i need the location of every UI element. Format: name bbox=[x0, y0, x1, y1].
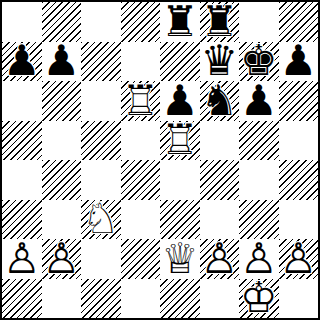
square-e8[interactable]: ♜ bbox=[160, 2, 200, 42]
square-a8[interactable] bbox=[2, 2, 42, 42]
square-h5[interactable] bbox=[279, 121, 319, 161]
black-pawn-icon: ♟ bbox=[239, 81, 279, 121]
white-rook-icon: ♜ bbox=[160, 121, 200, 161]
square-a6[interactable] bbox=[2, 81, 42, 121]
white-rook-icon: ♖ bbox=[160, 121, 200, 161]
black-pawn-icon: ♟ bbox=[2, 42, 42, 82]
square-g3[interactable] bbox=[239, 200, 279, 240]
square-c3[interactable]: ♞♘ bbox=[81, 200, 121, 240]
piece-white-pawn: ♟♙ bbox=[2, 239, 42, 279]
square-h7[interactable]: ♟ bbox=[279, 42, 319, 82]
square-g6[interactable]: ♟ bbox=[239, 81, 279, 121]
square-e4[interactable] bbox=[160, 160, 200, 200]
piece-black-queen: ♛ bbox=[200, 42, 240, 82]
square-c4[interactable] bbox=[81, 160, 121, 200]
piece-white-queen: ♛♕ bbox=[160, 239, 200, 279]
square-g5[interactable] bbox=[239, 121, 279, 161]
square-e3[interactable] bbox=[160, 200, 200, 240]
square-h2[interactable]: ♟♙ bbox=[279, 239, 319, 279]
square-h4[interactable] bbox=[279, 160, 319, 200]
white-knight-icon: ♞ bbox=[81, 200, 121, 240]
square-g2[interactable]: ♟♙ bbox=[239, 239, 279, 279]
square-g4[interactable] bbox=[239, 160, 279, 200]
white-pawn-icon: ♟ bbox=[42, 239, 82, 279]
square-f4[interactable] bbox=[200, 160, 240, 200]
white-pawn-icon: ♙ bbox=[200, 239, 240, 279]
square-f1[interactable] bbox=[200, 279, 240, 319]
piece-black-pawn: ♟ bbox=[279, 42, 319, 82]
black-pawn-icon: ♟ bbox=[42, 42, 82, 82]
square-a5[interactable] bbox=[2, 121, 42, 161]
square-g7[interactable]: ♚ bbox=[239, 42, 279, 82]
piece-white-pawn: ♟♙ bbox=[42, 239, 82, 279]
square-b8[interactable] bbox=[42, 2, 82, 42]
square-c5[interactable] bbox=[81, 121, 121, 161]
black-pawn-icon: ♟ bbox=[160, 81, 200, 121]
square-a2[interactable]: ♟♙ bbox=[2, 239, 42, 279]
square-b6[interactable] bbox=[42, 81, 82, 121]
white-pawn-icon: ♙ bbox=[42, 239, 82, 279]
square-f7[interactable]: ♛ bbox=[200, 42, 240, 82]
square-d6[interactable]: ♜♖ bbox=[121, 81, 161, 121]
square-g8[interactable] bbox=[239, 2, 279, 42]
square-f2[interactable]: ♟♙ bbox=[200, 239, 240, 279]
square-f5[interactable] bbox=[200, 121, 240, 161]
piece-white-pawn: ♟♙ bbox=[200, 239, 240, 279]
piece-white-rook: ♜♖ bbox=[160, 121, 200, 161]
square-d1[interactable] bbox=[121, 279, 161, 319]
square-d4[interactable] bbox=[121, 160, 161, 200]
chess-board: ♜♜♟♟♛♚♟♜♖♟♞♟♜♖♞♘♟♙♟♙♛♕♟♙♟♙♟♙♚♔ bbox=[0, 0, 320, 320]
white-king-icon: ♚ bbox=[239, 279, 279, 319]
square-e2[interactable]: ♛♕ bbox=[160, 239, 200, 279]
square-e1[interactable] bbox=[160, 279, 200, 319]
piece-white-knight: ♞♘ bbox=[81, 200, 121, 240]
square-d3[interactable] bbox=[121, 200, 161, 240]
square-c8[interactable] bbox=[81, 2, 121, 42]
square-a4[interactable] bbox=[2, 160, 42, 200]
square-c1[interactable] bbox=[81, 279, 121, 319]
white-pawn-icon: ♙ bbox=[239, 239, 279, 279]
square-b1[interactable] bbox=[42, 279, 82, 319]
black-king-icon: ♚ bbox=[239, 42, 279, 82]
piece-white-pawn: ♟♙ bbox=[239, 239, 279, 279]
white-pawn-icon: ♟ bbox=[279, 239, 319, 279]
piece-black-rook: ♜ bbox=[200, 2, 240, 42]
square-b5[interactable] bbox=[42, 121, 82, 161]
square-e6[interactable]: ♟ bbox=[160, 81, 200, 121]
piece-black-pawn: ♟ bbox=[42, 42, 82, 82]
square-a7[interactable]: ♟ bbox=[2, 42, 42, 82]
piece-white-pawn: ♟♙ bbox=[279, 239, 319, 279]
white-rook-icon: ♜ bbox=[121, 81, 161, 121]
square-d5[interactable] bbox=[121, 121, 161, 161]
white-pawn-icon: ♟ bbox=[239, 239, 279, 279]
square-c6[interactable] bbox=[81, 81, 121, 121]
square-e7[interactable] bbox=[160, 42, 200, 82]
square-c7[interactable] bbox=[81, 42, 121, 82]
square-h3[interactable] bbox=[279, 200, 319, 240]
white-knight-icon: ♘ bbox=[81, 200, 121, 240]
square-d2[interactable] bbox=[121, 239, 161, 279]
piece-white-king: ♚♔ bbox=[239, 279, 279, 319]
square-c2[interactable] bbox=[81, 239, 121, 279]
square-d8[interactable] bbox=[121, 2, 161, 42]
white-pawn-icon: ♙ bbox=[2, 239, 42, 279]
square-e5[interactable]: ♜♖ bbox=[160, 121, 200, 161]
black-queen-icon: ♛ bbox=[200, 42, 240, 82]
white-queen-icon: ♕ bbox=[160, 239, 200, 279]
white-rook-icon: ♖ bbox=[121, 81, 161, 121]
piece-black-king: ♚ bbox=[239, 42, 279, 82]
square-h8[interactable] bbox=[279, 2, 319, 42]
black-rook-icon: ♜ bbox=[160, 2, 200, 42]
square-f6[interactable]: ♞ bbox=[200, 81, 240, 121]
black-rook-icon: ♜ bbox=[200, 2, 240, 42]
square-h1[interactable] bbox=[279, 279, 319, 319]
square-d7[interactable] bbox=[121, 42, 161, 82]
square-f3[interactable] bbox=[200, 200, 240, 240]
square-b7[interactable]: ♟ bbox=[42, 42, 82, 82]
square-b4[interactable] bbox=[42, 160, 82, 200]
black-knight-icon: ♞ bbox=[200, 81, 240, 121]
square-g1[interactable]: ♚♔ bbox=[239, 279, 279, 319]
white-pawn-icon: ♟ bbox=[200, 239, 240, 279]
piece-black-knight: ♞ bbox=[200, 81, 240, 121]
piece-black-pawn: ♟ bbox=[2, 42, 42, 82]
square-a3[interactable] bbox=[2, 200, 42, 240]
piece-black-rook: ♜ bbox=[160, 2, 200, 42]
white-pawn-icon: ♙ bbox=[279, 239, 319, 279]
piece-black-pawn: ♟ bbox=[160, 81, 200, 121]
square-h6[interactable] bbox=[279, 81, 319, 121]
square-f8[interactable]: ♜ bbox=[200, 2, 240, 42]
square-b2[interactable]: ♟♙ bbox=[42, 239, 82, 279]
white-queen-icon: ♛ bbox=[160, 239, 200, 279]
white-pawn-icon: ♟ bbox=[2, 239, 42, 279]
white-king-icon: ♔ bbox=[239, 279, 279, 319]
black-pawn-icon: ♟ bbox=[279, 42, 319, 82]
piece-white-rook: ♜♖ bbox=[121, 81, 161, 121]
piece-black-pawn: ♟ bbox=[239, 81, 279, 121]
square-b3[interactable] bbox=[42, 200, 82, 240]
square-a1[interactable] bbox=[2, 279, 42, 319]
